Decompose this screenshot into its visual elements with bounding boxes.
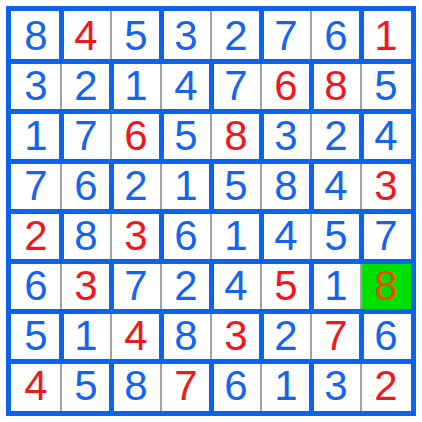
cell-r3c5[interactable]: 8 [211, 111, 261, 161]
cell-r1c1[interactable]: 8 [11, 11, 61, 61]
cell-r2c5[interactable]: 7 [211, 61, 261, 111]
cell-r2c1[interactable]: 3 [11, 61, 61, 111]
cell-r1c8[interactable]: 1 [361, 11, 411, 61]
cell-r8c8[interactable]: 2 [361, 361, 411, 411]
cell-r2c2[interactable]: 2 [61, 61, 111, 111]
cell-r1c7[interactable]: 6 [311, 11, 361, 61]
cell-r5c6[interactable]: 4 [261, 211, 311, 261]
cell-r4c7[interactable]: 4 [311, 161, 361, 211]
cell-r8c1[interactable]: 4 [11, 361, 61, 411]
cell-r5c1[interactable]: 2 [11, 211, 61, 261]
cell-r3c2[interactable]: 7 [61, 111, 111, 161]
cell-r7c1[interactable]: 5 [11, 311, 61, 361]
cell-r2c3[interactable]: 1 [111, 61, 161, 111]
cell-r2c4[interactable]: 4 [161, 61, 211, 111]
cell-r2c7[interactable]: 8 [311, 61, 361, 111]
cell-r3c8[interactable]: 4 [361, 111, 411, 161]
cell-r5c3[interactable]: 3 [111, 211, 161, 261]
cell-r8c6[interactable]: 1 [261, 361, 311, 411]
cell-r1c3[interactable]: 5 [111, 11, 161, 61]
cell-r7c4[interactable]: 8 [161, 311, 211, 361]
cell-r5c5[interactable]: 1 [211, 211, 261, 261]
cell-r6c4[interactable]: 2 [161, 261, 211, 311]
cell-r4c3[interactable]: 2 [111, 161, 161, 211]
cell-r3c6[interactable]: 3 [261, 111, 311, 161]
cell-r1c2[interactable]: 4 [61, 11, 111, 61]
cell-r7c6[interactable]: 2 [261, 311, 311, 361]
cell-r7c3[interactable]: 4 [111, 311, 161, 361]
cell-r2c6[interactable]: 6 [261, 61, 311, 111]
cell-r5c4[interactable]: 6 [161, 211, 211, 261]
cell-r6c7[interactable]: 1 [311, 261, 361, 311]
cell-r4c1[interactable]: 7 [11, 161, 61, 211]
cell-r5c2[interactable]: 8 [61, 211, 111, 261]
cell-r6c5[interactable]: 4 [211, 261, 261, 311]
cell-r7c7[interactable]: 7 [311, 311, 361, 361]
cell-r5c7[interactable]: 5 [311, 211, 361, 261]
cell-r8c2[interactable]: 5 [61, 361, 111, 411]
selected-cell-r6c8[interactable]: 8 [361, 261, 411, 311]
cell-r2c8[interactable]: 5 [361, 61, 411, 111]
cell-r8c4[interactable]: 7 [161, 361, 211, 411]
cell-r8c3[interactable]: 8 [111, 361, 161, 411]
cell-r4c2[interactable]: 6 [61, 161, 111, 211]
cell-r4c8[interactable]: 3 [361, 161, 411, 211]
cell-r8c5[interactable]: 6 [211, 361, 261, 411]
cell-r1c4[interactable]: 3 [161, 11, 211, 61]
cell-r6c3[interactable]: 7 [111, 261, 161, 311]
cell-r6c6[interactable]: 5 [261, 261, 311, 311]
cell-r5c8[interactable]: 7 [361, 211, 411, 261]
cell-r4c5[interactable]: 5 [211, 161, 261, 211]
cell-r3c7[interactable]: 2 [311, 111, 361, 161]
puzzle-board: 8453276132147685176583247621584328361457… [6, 6, 416, 416]
cell-r6c1[interactable]: 6 [11, 261, 61, 311]
cell-r1c6[interactable]: 7 [261, 11, 311, 61]
cell-r4c6[interactable]: 8 [261, 161, 311, 211]
cell-r3c1[interactable]: 1 [11, 111, 61, 161]
cell-r7c8[interactable]: 6 [361, 311, 411, 361]
cell-r4c4[interactable]: 1 [161, 161, 211, 211]
cell-r3c4[interactable]: 5 [161, 111, 211, 161]
cell-r6c2[interactable]: 3 [61, 261, 111, 311]
cell-r7c5[interactable]: 3 [211, 311, 261, 361]
cell-r3c3[interactable]: 6 [111, 111, 161, 161]
cell-r7c2[interactable]: 1 [61, 311, 111, 361]
cell-r1c5[interactable]: 2 [211, 11, 261, 61]
cell-r8c7[interactable]: 3 [311, 361, 361, 411]
